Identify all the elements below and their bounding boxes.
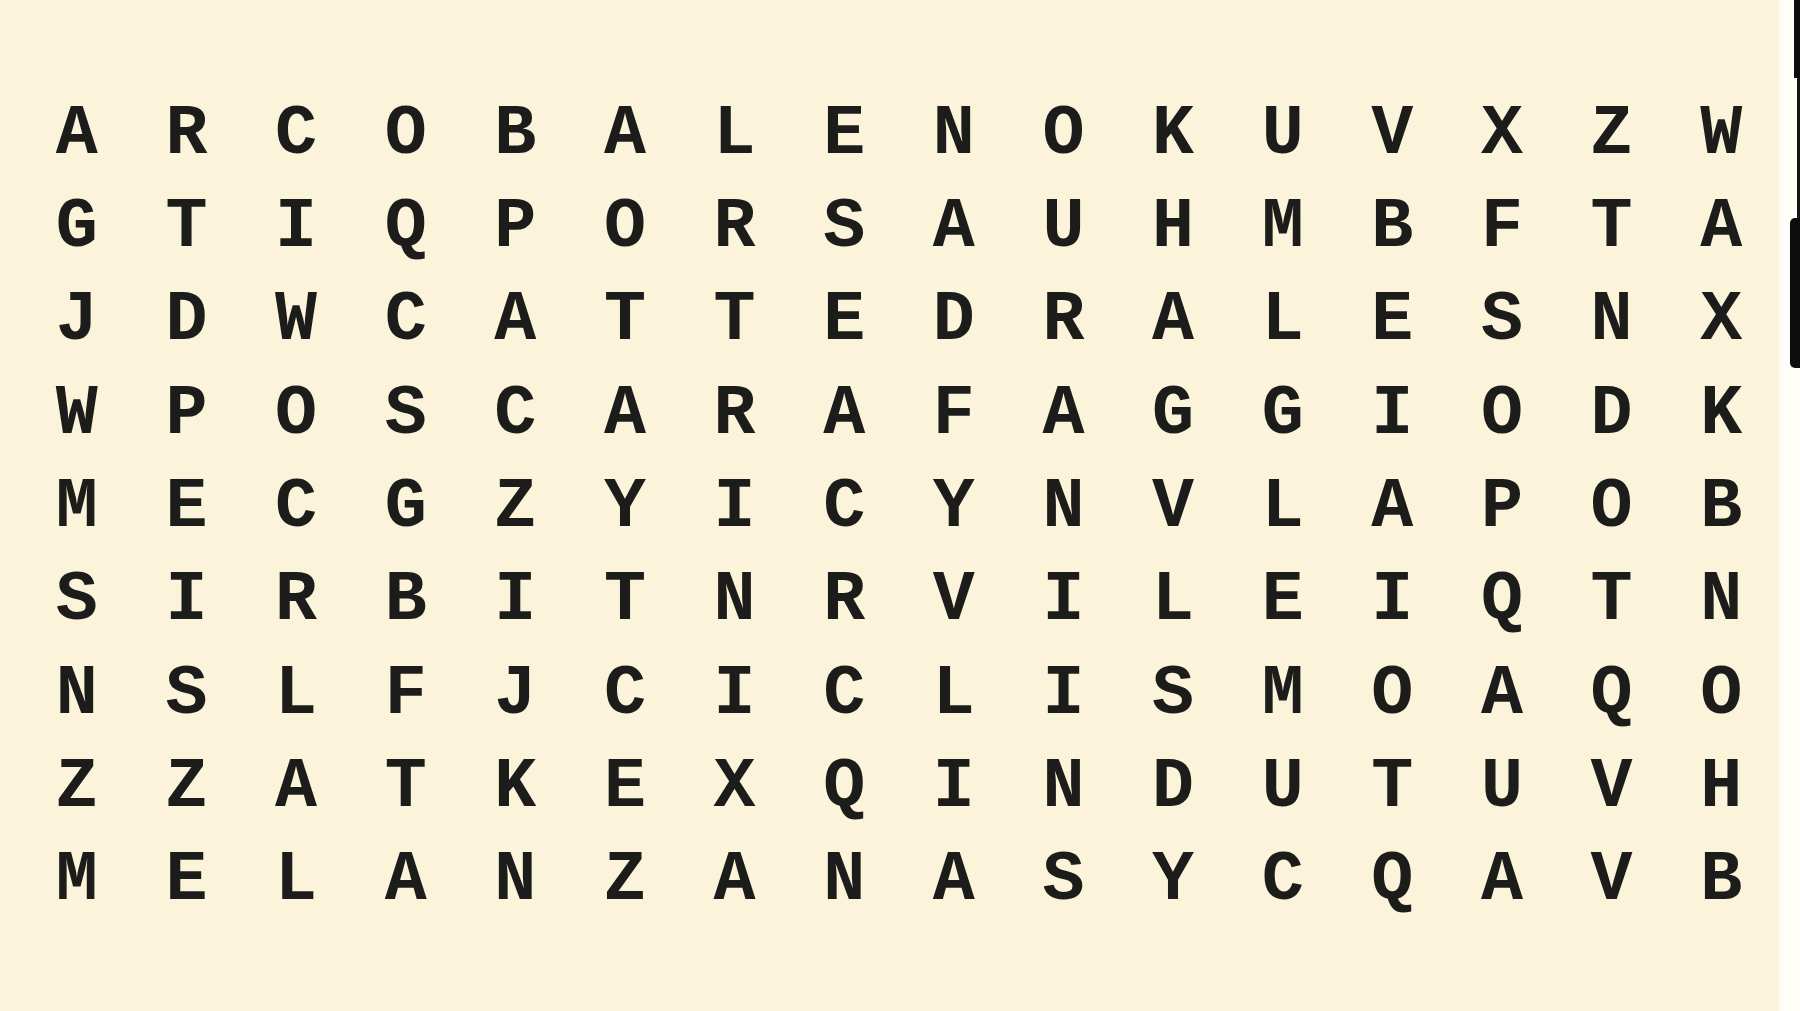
grid-cell[interactable]: G [22, 181, 132, 274]
grid-cell[interactable]: N [1009, 461, 1119, 554]
grid-cell[interactable]: K [461, 741, 571, 834]
grid-cell[interactable]: J [22, 275, 132, 368]
grid-cell[interactable]: I [899, 741, 1009, 834]
grid-cell[interactable]: O [1447, 368, 1557, 461]
grid-cell[interactable]: A [241, 741, 351, 834]
grid-cell[interactable]: N [1009, 741, 1119, 834]
grid-cell[interactable]: O [1666, 648, 1776, 741]
grid-cell[interactable]: R [1009, 275, 1119, 368]
grid-cell[interactable]: A [570, 88, 680, 181]
grid-cell[interactable]: M [1228, 648, 1338, 741]
grid-cell[interactable]: Q [351, 181, 461, 274]
grid-cell[interactable]: A [789, 368, 899, 461]
grid-cell[interactable]: C [1228, 835, 1338, 928]
grid-cell[interactable]: N [680, 555, 790, 648]
grid-cell[interactable]: R [680, 181, 790, 274]
grid-cell[interactable]: I [680, 648, 790, 741]
grid-cell[interactable]: G [1228, 368, 1338, 461]
grid-cell[interactable]: C [241, 88, 351, 181]
grid-cell[interactable]: L [241, 835, 351, 928]
grid-cell[interactable]: N [899, 88, 1009, 181]
grid-cell[interactable]: G [351, 461, 461, 554]
grid-cell[interactable]: E [1338, 275, 1448, 368]
grid-cell[interactable]: P [132, 368, 242, 461]
grid-cell[interactable]: O [1009, 88, 1119, 181]
word-search-grid: ARCOBALENOKUVXZWGTIQPORSAUHMBFTAJDWCATTE… [22, 88, 1776, 928]
grid-cell[interactable]: A [1009, 368, 1119, 461]
grid-cell[interactable]: Q [1447, 555, 1557, 648]
grid-cell[interactable]: M [1228, 181, 1338, 274]
grid-cell[interactable]: A [680, 835, 790, 928]
grid-cell[interactable]: S [22, 555, 132, 648]
grid-cell[interactable]: E [1228, 555, 1338, 648]
grid-cell[interactable]: Z [132, 741, 242, 834]
grid-cell[interactable]: O [1557, 461, 1667, 554]
grid-cell[interactable]: O [570, 181, 680, 274]
grid-cell[interactable]: G [1118, 368, 1228, 461]
grid-cell[interactable]: S [1009, 835, 1119, 928]
grid-cell[interactable]: Y [899, 461, 1009, 554]
grid-cell[interactable]: L [680, 88, 790, 181]
grid-cell[interactable]: D [899, 275, 1009, 368]
grid-cell[interactable]: N [1557, 275, 1667, 368]
grid-cell[interactable]: U [1228, 88, 1338, 181]
grid-cell[interactable]: E [132, 461, 242, 554]
grid-cell[interactable]: D [1118, 741, 1228, 834]
grid-cell[interactable]: X [1666, 275, 1776, 368]
grid-cell[interactable]: U [1447, 741, 1557, 834]
grid-cell[interactable]: L [899, 648, 1009, 741]
grid-cell[interactable]: D [1557, 368, 1667, 461]
grid-cell[interactable]: F [899, 368, 1009, 461]
grid-cell[interactable]: H [1118, 181, 1228, 274]
grid-cell[interactable]: R [241, 555, 351, 648]
grid-cell[interactable]: N [1666, 555, 1776, 648]
grid-cell[interactable]: L [1228, 275, 1338, 368]
grid-cell[interactable]: I [132, 555, 242, 648]
grid-cell[interactable]: T [1557, 555, 1667, 648]
grid-cell[interactable]: N [461, 835, 571, 928]
grid-cell[interactable]: S [351, 368, 461, 461]
grid-cell[interactable]: J [461, 648, 571, 741]
grid-cell[interactable]: Z [570, 835, 680, 928]
grid-cell[interactable]: L [241, 648, 351, 741]
grid-cell[interactable]: A [461, 275, 571, 368]
scrollbar-thumb[interactable] [1790, 218, 1800, 368]
grid-cell[interactable]: M [22, 835, 132, 928]
grid-cell[interactable]: L [1228, 461, 1338, 554]
grid-cell[interactable]: B [351, 555, 461, 648]
grid-cell[interactable]: B [461, 88, 571, 181]
grid-cell[interactable]: A [1666, 181, 1776, 274]
grid-cell[interactable]: E [132, 835, 242, 928]
grid-cell[interactable]: N [789, 835, 899, 928]
grid-cell[interactable]: A [899, 181, 1009, 274]
grid-cell[interactable]: A [899, 835, 1009, 928]
grid-cell[interactable]: T [1338, 741, 1448, 834]
grid-cell[interactable]: S [1118, 648, 1228, 741]
grid-cell[interactable]: F [351, 648, 461, 741]
grid-cell[interactable]: T [132, 181, 242, 274]
grid-cell[interactable]: Q [1338, 835, 1448, 928]
grid-cell[interactable]: X [1447, 88, 1557, 181]
grid-cell[interactable]: N [22, 648, 132, 741]
grid-cell[interactable]: V [1338, 88, 1448, 181]
grid-cell[interactable]: A [570, 368, 680, 461]
grid-cell[interactable]: D [132, 275, 242, 368]
grid-cell[interactable]: C [461, 368, 571, 461]
grid-cell[interactable]: T [1557, 181, 1667, 274]
grid-cell[interactable]: U [1228, 741, 1338, 834]
grid-cell[interactable]: W [1666, 88, 1776, 181]
grid-cell[interactable]: T [570, 275, 680, 368]
grid-cell[interactable]: S [1447, 275, 1557, 368]
grid-cell[interactable]: I [1338, 368, 1448, 461]
grid-cell[interactable]: R [132, 88, 242, 181]
grid-cell[interactable]: A [1118, 275, 1228, 368]
grid-cell[interactable]: F [1447, 181, 1557, 274]
grid-cell[interactable]: A [1338, 461, 1448, 554]
grid-cell[interactable]: C [789, 648, 899, 741]
grid-cell[interactable]: C [570, 648, 680, 741]
grid-cell[interactable]: W [22, 368, 132, 461]
grid-cell[interactable]: O [1338, 648, 1448, 741]
grid-cell[interactable]: Q [789, 741, 899, 834]
grid-cell[interactable]: P [1447, 461, 1557, 554]
grid-cell[interactable]: I [1009, 555, 1119, 648]
grid-cell[interactable]: E [789, 88, 899, 181]
grid-cell[interactable]: R [789, 555, 899, 648]
scrollbar-top-edge [1794, 0, 1800, 78]
grid-cell[interactable]: R [680, 368, 790, 461]
grid-cell[interactable]: H [1666, 741, 1776, 834]
grid-cell[interactable]: I [680, 461, 790, 554]
grid-cell[interactable]: M [22, 461, 132, 554]
grid-cell[interactable]: E [789, 275, 899, 368]
grid-cell[interactable]: B [1666, 461, 1776, 554]
grid-cell[interactable]: I [1009, 648, 1119, 741]
grid-cell[interactable]: B [1666, 835, 1776, 928]
grid-cell[interactable]: V [899, 555, 1009, 648]
grid-cell[interactable]: A [1447, 648, 1557, 741]
grid-cell[interactable]: C [351, 275, 461, 368]
grid-cell[interactable]: L [1118, 555, 1228, 648]
grid-cell[interactable]: A [1447, 835, 1557, 928]
grid-cell[interactable]: T [680, 275, 790, 368]
grid-cell[interactable]: X [680, 741, 790, 834]
grid-cell[interactable]: A [22, 88, 132, 181]
grid-cell[interactable]: C [241, 461, 351, 554]
grid-cell[interactable]: C [789, 461, 899, 554]
grid-cell[interactable]: E [570, 741, 680, 834]
grid-cell[interactable]: O [241, 368, 351, 461]
grid-cell[interactable]: Q [1557, 648, 1667, 741]
grid-cell[interactable]: V [1557, 741, 1667, 834]
grid-cell[interactable]: Z [461, 461, 571, 554]
grid-cell[interactable]: T [570, 555, 680, 648]
grid-cell[interactable]: P [461, 181, 571, 274]
grid-cell[interactable]: K [1666, 368, 1776, 461]
grid-cell[interactable]: W [241, 275, 351, 368]
grid-cell[interactable]: Y [1118, 835, 1228, 928]
grid-cell[interactable]: U [1009, 181, 1119, 274]
grid-cell[interactable]: O [351, 88, 461, 181]
grid-cell[interactable]: Z [1557, 88, 1667, 181]
grid-cell[interactable]: Y [570, 461, 680, 554]
scrollbar-track[interactable] [1779, 0, 1800, 1011]
grid-cell[interactable]: B [1338, 181, 1448, 274]
grid-cell[interactable]: V [1118, 461, 1228, 554]
grid-cell[interactable]: A [351, 835, 461, 928]
grid-cell[interactable]: K [1118, 88, 1228, 181]
grid-cell[interactable]: I [241, 181, 351, 274]
grid-cell[interactable]: I [1338, 555, 1448, 648]
grid-cell[interactable]: Z [22, 741, 132, 834]
grid-cell[interactable]: I [461, 555, 571, 648]
grid-cell[interactable]: V [1557, 835, 1667, 928]
grid-cell[interactable]: S [789, 181, 899, 274]
grid-cell[interactable]: T [351, 741, 461, 834]
grid-cell[interactable]: S [132, 648, 242, 741]
